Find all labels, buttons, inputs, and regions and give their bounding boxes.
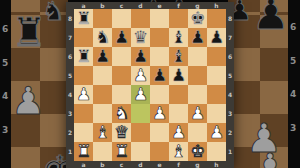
square-e4[interactable] bbox=[150, 85, 169, 104]
white-pawn[interactable]: ♟ bbox=[190, 104, 205, 123]
white-rook[interactable]: ♜ bbox=[114, 142, 129, 161]
square-b6[interactable]: ♟ bbox=[93, 47, 112, 66]
background-rank-label: 3 bbox=[2, 125, 8, 135]
square-h6[interactable] bbox=[207, 47, 226, 66]
square-d2[interactable] bbox=[131, 123, 150, 142]
square-b1[interactable] bbox=[93, 142, 112, 161]
square-h7[interactable]: ♟ bbox=[207, 28, 226, 47]
file-label: e bbox=[150, 2, 169, 9]
black-pawn[interactable]: ♟ bbox=[95, 47, 110, 66]
file-label: c bbox=[112, 2, 131, 9]
square-e8[interactable] bbox=[150, 9, 169, 28]
rank-label: 2 bbox=[66, 123, 74, 142]
rank-label: 6 bbox=[226, 47, 234, 66]
rank-label: 8 bbox=[66, 9, 74, 28]
black-bishop[interactable]: ♝ bbox=[171, 47, 186, 66]
video-frame: ♜♟♞♚♟♟♟♟♟♟ 65436543 abcdefgh 87654321 ♜♚… bbox=[0, 0, 300, 168]
square-a4[interactable]: ♟ bbox=[74, 85, 93, 104]
rank-label: 1 bbox=[66, 142, 74, 161]
white-knight[interactable]: ♞ bbox=[114, 104, 129, 123]
file-label: d bbox=[131, 161, 150, 168]
square-a7[interactable] bbox=[74, 28, 93, 47]
square-g1[interactable]: ♚ bbox=[188, 142, 207, 161]
square-a8[interactable]: ♜ bbox=[74, 9, 93, 28]
square-e5[interactable]: ♟ bbox=[150, 66, 169, 85]
white-pawn[interactable]: ♟ bbox=[209, 123, 224, 142]
square-f5[interactable]: ♟ bbox=[169, 66, 188, 85]
square-g7[interactable]: ♟ bbox=[188, 28, 207, 47]
rank-label: 7 bbox=[226, 28, 234, 47]
square-c6[interactable] bbox=[112, 47, 131, 66]
square-f8[interactable] bbox=[169, 9, 188, 28]
background-rank-label: 5 bbox=[2, 58, 8, 68]
square-c3[interactable]: ♞ bbox=[112, 104, 131, 123]
square-f3[interactable] bbox=[169, 104, 188, 123]
square-c7[interactable]: ♟ bbox=[112, 28, 131, 47]
rank-label: 5 bbox=[226, 66, 234, 85]
rank-label: 3 bbox=[66, 104, 74, 123]
square-a5[interactable] bbox=[74, 66, 93, 85]
square-h3[interactable] bbox=[207, 104, 226, 123]
square-e6[interactable] bbox=[150, 47, 169, 66]
square-e1[interactable] bbox=[150, 142, 169, 161]
rank-label: 6 bbox=[66, 47, 74, 66]
square-f2[interactable]: ♟ bbox=[169, 123, 188, 142]
white-pawn[interactable]: ♟ bbox=[133, 85, 148, 104]
black-pawn[interactable]: ♟ bbox=[133, 47, 148, 66]
file-label: d bbox=[131, 2, 150, 9]
rank-labels-left: 87654321 bbox=[66, 9, 74, 161]
square-h4[interactable] bbox=[207, 85, 226, 104]
black-rook[interactable]: ♜ bbox=[76, 47, 91, 66]
square-c2[interactable]: ♛ bbox=[112, 123, 131, 142]
square-h5[interactable] bbox=[207, 66, 226, 85]
file-label: g bbox=[188, 161, 207, 168]
background-rank-label: 4 bbox=[2, 91, 8, 101]
square-d3[interactable] bbox=[131, 104, 150, 123]
file-label: b bbox=[93, 161, 112, 168]
file-label: c bbox=[112, 161, 131, 168]
square-a2[interactable] bbox=[74, 123, 93, 142]
white-pawn[interactable]: ♟ bbox=[152, 104, 167, 123]
black-pawn[interactable]: ♟ bbox=[190, 28, 205, 47]
background-rank-label: 4 bbox=[290, 89, 296, 99]
square-g5[interactable] bbox=[188, 66, 207, 85]
square-b5[interactable] bbox=[93, 66, 112, 85]
file-labels-bottom: abcdefgh bbox=[74, 161, 226, 168]
black-rook[interactable]: ♜ bbox=[76, 9, 91, 28]
square-f6[interactable]: ♝ bbox=[169, 47, 188, 66]
file-label: b bbox=[93, 2, 112, 9]
square-g3[interactable]: ♟ bbox=[188, 104, 207, 123]
rank-label: 4 bbox=[226, 85, 234, 104]
white-bishop[interactable]: ♝ bbox=[95, 123, 110, 142]
background-rank-label: 3 bbox=[290, 123, 296, 133]
rank-label: 5 bbox=[66, 66, 74, 85]
square-a6[interactable]: ♜ bbox=[74, 47, 93, 66]
square-c8[interactable] bbox=[112, 9, 131, 28]
black-pawn[interactable]: ♟ bbox=[152, 66, 167, 85]
rank-label: 2 bbox=[226, 123, 234, 142]
square-b2[interactable]: ♝ bbox=[93, 123, 112, 142]
rank-label: 3 bbox=[226, 104, 234, 123]
file-label: f bbox=[169, 161, 188, 168]
square-f4[interactable] bbox=[169, 85, 188, 104]
rank-label: 7 bbox=[66, 28, 74, 47]
black-pawn[interactable]: ♟ bbox=[114, 28, 129, 47]
square-a1[interactable]: ♜ bbox=[74, 142, 93, 161]
file-label: h bbox=[207, 2, 226, 9]
square-e3[interactable]: ♟ bbox=[150, 104, 169, 123]
square-g4[interactable] bbox=[188, 85, 207, 104]
black-knight[interactable]: ♞ bbox=[95, 28, 110, 47]
chess-board: abcdefgh 87654321 ♜♚♞♟♛♝♟♟♜♟♟♝♟♟♟♟♟♞♟♟♝♛… bbox=[66, 2, 234, 168]
white-pawn[interactable]: ♟ bbox=[76, 85, 91, 104]
square-d4[interactable]: ♟ bbox=[131, 85, 150, 104]
white-pawn-background: ♟ bbox=[252, 148, 285, 168]
square-c5[interactable] bbox=[112, 66, 131, 85]
background-rank-label: 6 bbox=[2, 24, 8, 34]
white-pawn-background: ♟ bbox=[11, 82, 44, 120]
square-a3[interactable] bbox=[74, 104, 93, 123]
square-b7[interactable]: ♞ bbox=[93, 28, 112, 47]
black-pawn[interactable]: ♟ bbox=[171, 66, 186, 85]
square-g2[interactable] bbox=[188, 123, 207, 142]
square-d6[interactable]: ♟ bbox=[131, 47, 150, 66]
black-king[interactable]: ♚ bbox=[190, 9, 205, 28]
rank-labels-right: 87654321 bbox=[226, 9, 234, 161]
background-rank-label: 5 bbox=[290, 56, 296, 66]
square-g8[interactable]: ♚ bbox=[188, 9, 207, 28]
board-squares: ♜♚♞♟♛♝♟♟♜♟♟♝♟♟♟♟♟♞♟♟♝♛♟♟♜♜♝♚ bbox=[74, 9, 226, 161]
square-g6[interactable] bbox=[188, 47, 207, 66]
square-b3[interactable] bbox=[93, 104, 112, 123]
rank-label: 8 bbox=[226, 9, 234, 28]
square-h8[interactable] bbox=[207, 9, 226, 28]
white-pawn[interactable]: ♟ bbox=[133, 66, 148, 85]
square-f1[interactable]: ♝ bbox=[169, 142, 188, 161]
white-pawn[interactable]: ♟ bbox=[171, 123, 186, 142]
square-d1[interactable] bbox=[131, 142, 150, 161]
rank-label: 4 bbox=[66, 85, 74, 104]
black-queen[interactable]: ♛ bbox=[133, 28, 148, 47]
square-b8[interactable] bbox=[93, 9, 112, 28]
file-label: a bbox=[74, 161, 93, 168]
square-d8[interactable] bbox=[131, 9, 150, 28]
white-king[interactable]: ♚ bbox=[190, 142, 205, 161]
square-e2[interactable] bbox=[150, 123, 169, 142]
rank-label: 1 bbox=[226, 142, 234, 161]
square-b4[interactable] bbox=[93, 85, 112, 104]
white-bishop[interactable]: ♝ bbox=[171, 142, 186, 161]
square-c1[interactable]: ♜ bbox=[112, 142, 131, 161]
white-rook[interactable]: ♜ bbox=[76, 142, 91, 161]
square-d5[interactable]: ♟ bbox=[131, 66, 150, 85]
black-pawn-background: ♟ bbox=[252, 0, 285, 36]
file-label: e bbox=[150, 161, 169, 168]
square-h2[interactable]: ♟ bbox=[207, 123, 226, 142]
square-h1[interactable] bbox=[207, 142, 226, 161]
file-label: h bbox=[207, 161, 226, 168]
square-e7[interactable] bbox=[150, 28, 169, 47]
square-c4[interactable] bbox=[112, 85, 131, 104]
background-rank-label: 6 bbox=[290, 22, 296, 32]
square-d7[interactable]: ♛ bbox=[131, 28, 150, 47]
black-pawn[interactable]: ♟ bbox=[209, 28, 224, 47]
black-bishop[interactable]: ♝ bbox=[171, 28, 186, 47]
file-label: f bbox=[169, 2, 188, 9]
white-queen[interactable]: ♛ bbox=[114, 123, 129, 142]
square-f7[interactable]: ♝ bbox=[169, 28, 188, 47]
